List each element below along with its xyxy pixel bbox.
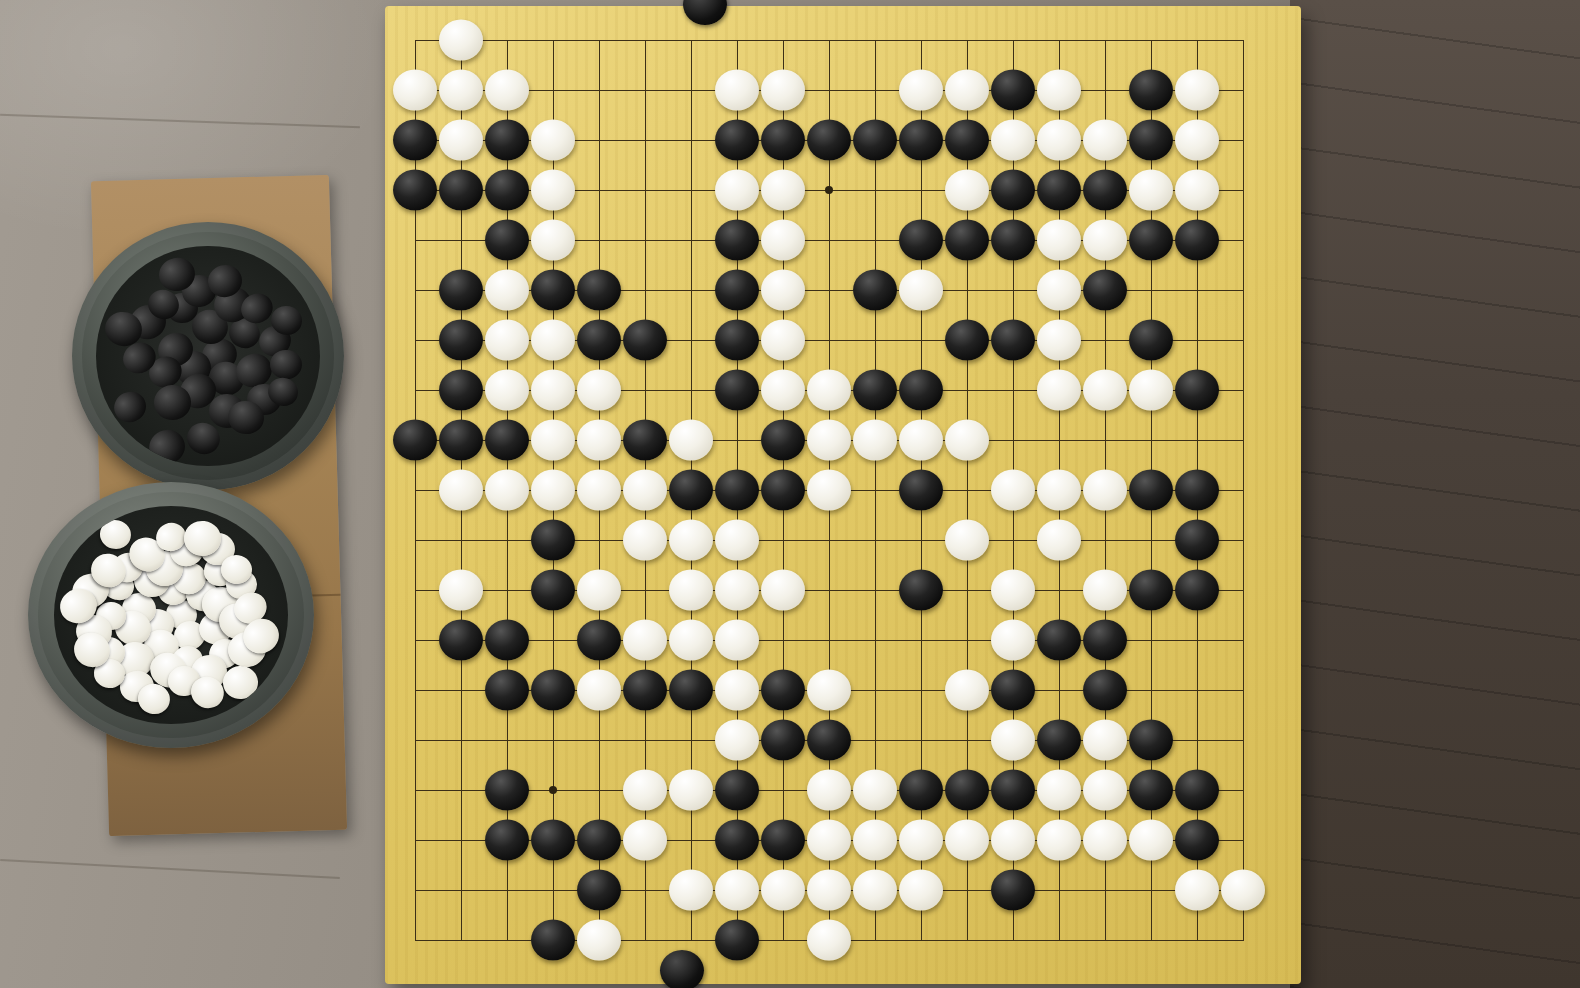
white-stone (1175, 120, 1219, 161)
black-stone (715, 770, 759, 811)
black-stone (439, 420, 483, 461)
white-stone (945, 170, 989, 211)
white-stone (1083, 370, 1127, 411)
white-stone (807, 670, 851, 711)
white-stone (715, 720, 759, 761)
black-stone (899, 470, 943, 511)
white-stone (1037, 120, 1081, 161)
white-stone (531, 120, 575, 161)
black-stone (1037, 720, 1081, 761)
black-stone (1129, 470, 1173, 511)
black-stone (715, 270, 759, 311)
white-stone (1083, 770, 1127, 811)
white-stone (807, 920, 851, 961)
white-stone (991, 470, 1035, 511)
black-stone (485, 120, 529, 161)
black-stone (715, 470, 759, 511)
black-stone (439, 370, 483, 411)
white-stone (669, 420, 713, 461)
white-stone (807, 470, 851, 511)
black-stone (1083, 620, 1127, 661)
white-stone (761, 170, 805, 211)
black-stone-bowl (72, 222, 344, 490)
white-stone (669, 770, 713, 811)
white-stone (899, 70, 943, 111)
white-stone (991, 120, 1035, 161)
white-stone (1083, 720, 1127, 761)
black-stone (899, 220, 943, 261)
white-stone (945, 420, 989, 461)
white-stone (761, 870, 805, 911)
black-stone (1129, 70, 1173, 111)
white-stone (761, 320, 805, 361)
black-stone (439, 270, 483, 311)
white-stone-bowl (28, 482, 314, 748)
black-stone (899, 370, 943, 411)
black-stone (807, 120, 851, 161)
white-stone (853, 420, 897, 461)
white-stone (715, 70, 759, 111)
black-stone (1129, 220, 1173, 261)
black-stone (1083, 270, 1127, 311)
white-stone (1037, 320, 1081, 361)
black-stone (577, 820, 621, 861)
white-stone (439, 120, 483, 161)
white-stone (1175, 170, 1219, 211)
white-stone (1037, 370, 1081, 411)
black-stone-bowl-interior (96, 246, 319, 466)
black-stone (623, 420, 667, 461)
black-stone (485, 420, 529, 461)
white-stone (1129, 370, 1173, 411)
black-stone (393, 420, 437, 461)
black-stone (485, 670, 529, 711)
black-stone (1083, 670, 1127, 711)
white-stone (807, 420, 851, 461)
black-stone (1175, 570, 1219, 611)
white-stone (531, 320, 575, 361)
white-stone (899, 870, 943, 911)
black-stone (1129, 720, 1173, 761)
black-stone (623, 320, 667, 361)
white-stone (945, 70, 989, 111)
black-stone (439, 170, 483, 211)
white-stone (715, 870, 759, 911)
white-stone (1037, 270, 1081, 311)
white-stone (485, 470, 529, 511)
white-stone (623, 470, 667, 511)
black-stone (761, 720, 805, 761)
black-stone (669, 470, 713, 511)
white-stone (807, 370, 851, 411)
black-stone (715, 320, 759, 361)
white-stone (715, 670, 759, 711)
white-stone (485, 370, 529, 411)
go-board (385, 6, 1301, 984)
white-stone (1175, 70, 1219, 111)
white-stone (669, 620, 713, 661)
black-stone (715, 220, 759, 261)
white-stone (1129, 170, 1173, 211)
black-stone (761, 470, 805, 511)
white-stone (439, 470, 483, 511)
black-stone (1129, 120, 1173, 161)
white-stone (807, 770, 851, 811)
star-point (825, 186, 833, 194)
white-stone (1037, 770, 1081, 811)
white-stone (991, 720, 1035, 761)
white-stone (807, 870, 851, 911)
white-stone (761, 270, 805, 311)
white-stone (485, 320, 529, 361)
black-stone (531, 920, 575, 961)
black-stone (485, 820, 529, 861)
white-stone (623, 520, 667, 561)
white-stone (761, 220, 805, 261)
dark-floor-planks (1290, 0, 1580, 988)
black-stone (991, 320, 1035, 361)
black-stone (1175, 220, 1219, 261)
white-stone (899, 820, 943, 861)
white-stone (945, 520, 989, 561)
black-bowl-stone (110, 386, 151, 426)
black-stone (991, 220, 1035, 261)
white-stone (1083, 470, 1127, 511)
black-stone (715, 370, 759, 411)
white-stone (577, 920, 621, 961)
black-stone (623, 670, 667, 711)
white-stone (623, 770, 667, 811)
black-stone (853, 370, 897, 411)
black-stone (1129, 770, 1173, 811)
white-stone (439, 570, 483, 611)
black-stone (1175, 520, 1219, 561)
black-stone (531, 670, 575, 711)
black-stone (991, 70, 1035, 111)
black-stone (899, 770, 943, 811)
white-stone (669, 570, 713, 611)
black-stone (991, 770, 1035, 811)
black-stone (531, 820, 575, 861)
floor-plank-seam (0, 859, 340, 879)
white-stone (991, 570, 1035, 611)
white-stone (1175, 870, 1219, 911)
black-stone (945, 220, 989, 261)
white-stone (577, 670, 621, 711)
black-stone (531, 570, 575, 611)
black-stone (1129, 320, 1173, 361)
black-bowl-stone (144, 424, 191, 466)
black-stone (945, 770, 989, 811)
black-stone (807, 720, 851, 761)
white-stone (623, 820, 667, 861)
white-stone (715, 620, 759, 661)
white-stone (1083, 570, 1127, 611)
white-stone (991, 620, 1035, 661)
white-stone (577, 470, 621, 511)
white-stone (853, 770, 897, 811)
black-stone (945, 320, 989, 361)
white-stone (531, 420, 575, 461)
white-stone (945, 820, 989, 861)
black-stone (577, 320, 621, 361)
stray-black-stone-bottom-edge (660, 950, 704, 988)
black-bowl-stone (269, 350, 302, 380)
white-stone (1037, 520, 1081, 561)
white-stone (1083, 820, 1127, 861)
white-stone (485, 270, 529, 311)
white-stone (1037, 820, 1081, 861)
black-stone (393, 120, 437, 161)
photo-go-game-scene: { "game": "go", "scene": "overhead photo… (0, 0, 1580, 988)
black-stone (1175, 820, 1219, 861)
white-stone (761, 70, 805, 111)
white-stone (899, 420, 943, 461)
white-stone (1129, 820, 1173, 861)
board-grid (415, 40, 1244, 941)
white-stone (1037, 470, 1081, 511)
black-stone (899, 120, 943, 161)
black-stone (1037, 170, 1081, 211)
white-stone (807, 820, 851, 861)
white-stone (1083, 120, 1127, 161)
white-stone (531, 370, 575, 411)
black-stone (761, 670, 805, 711)
white-stone (1221, 870, 1265, 911)
black-stone (761, 420, 805, 461)
white-stone (577, 370, 621, 411)
white-stone (945, 670, 989, 711)
black-stone (1083, 170, 1127, 211)
star-point (549, 786, 557, 794)
black-stone (991, 170, 1035, 211)
white-stone (531, 470, 575, 511)
white-stone (577, 420, 621, 461)
white-stone (1083, 220, 1127, 261)
white-stone (393, 70, 437, 111)
white-stone (715, 570, 759, 611)
black-stone (1037, 620, 1081, 661)
black-stone (945, 120, 989, 161)
black-stone (485, 220, 529, 261)
white-bowl-stone (97, 517, 134, 552)
black-stone (991, 670, 1035, 711)
white-stone (439, 20, 483, 61)
white-stone (485, 70, 529, 111)
white-stone (761, 370, 805, 411)
white-stone (623, 620, 667, 661)
black-stone (577, 870, 621, 911)
black-stone (485, 770, 529, 811)
black-stone (853, 120, 897, 161)
black-stone (669, 670, 713, 711)
white-stone (899, 270, 943, 311)
black-stone (485, 170, 529, 211)
white-stone (761, 570, 805, 611)
black-stone (1175, 370, 1219, 411)
black-stone (577, 620, 621, 661)
black-stone (1175, 770, 1219, 811)
white-stone (439, 70, 483, 111)
white-stone (531, 170, 575, 211)
black-stone (715, 820, 759, 861)
black-stone (715, 120, 759, 161)
white-stone (715, 520, 759, 561)
black-stone (715, 920, 759, 961)
black-stone (853, 270, 897, 311)
white-stone (1037, 220, 1081, 261)
white-stone (991, 820, 1035, 861)
white-bowl-stone (222, 664, 260, 699)
white-stone (853, 870, 897, 911)
black-stone (439, 320, 483, 361)
black-stone (531, 520, 575, 561)
black-stone (761, 820, 805, 861)
black-stone (899, 570, 943, 611)
black-stone (1175, 470, 1219, 511)
black-stone (439, 620, 483, 661)
black-stone (1129, 570, 1173, 611)
black-stone (991, 870, 1035, 911)
white-stone (1037, 70, 1081, 111)
white-stone (577, 570, 621, 611)
black-stone (577, 270, 621, 311)
black-stone (761, 120, 805, 161)
white-stone (669, 870, 713, 911)
black-stone (485, 620, 529, 661)
white-stone-bowl-interior (54, 506, 289, 724)
white-stone (853, 820, 897, 861)
black-stone (531, 270, 575, 311)
white-stone (531, 220, 575, 261)
white-stone (669, 520, 713, 561)
white-stone (715, 170, 759, 211)
black-stone (393, 170, 437, 211)
